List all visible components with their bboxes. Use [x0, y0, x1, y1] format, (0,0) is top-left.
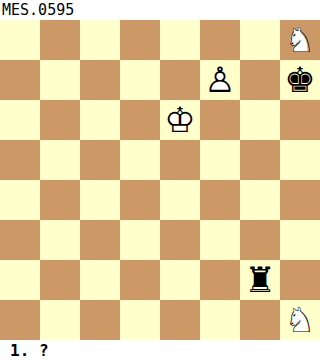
square-a1[interactable] — [0, 300, 40, 340]
square-h1[interactable]: ♞♘ — [280, 300, 320, 340]
white-knight-fill: ♞ — [280, 20, 320, 60]
square-a3[interactable] — [0, 220, 40, 260]
move-prompt: 1. ? — [10, 341, 49, 360]
square-d1[interactable] — [120, 300, 160, 340]
square-h8[interactable]: ♞♘ — [280, 20, 320, 60]
square-h5[interactable] — [280, 140, 320, 180]
square-h2[interactable] — [280, 260, 320, 300]
square-a5[interactable] — [0, 140, 40, 180]
square-g3[interactable] — [240, 220, 280, 260]
square-g5[interactable] — [240, 140, 280, 180]
square-d6[interactable] — [120, 100, 160, 140]
square-e1[interactable] — [160, 300, 200, 340]
square-h7[interactable]: ♚ — [280, 60, 320, 100]
footer-bar: 1. ? — [0, 340, 320, 360]
square-g4[interactable] — [240, 180, 280, 220]
white-pawn-piece: ♙ — [200, 60, 240, 100]
white-knight-piece: ♘ — [280, 20, 320, 60]
square-d7[interactable] — [120, 60, 160, 100]
square-g2[interactable]: ♜ — [240, 260, 280, 300]
square-d5[interactable] — [120, 140, 160, 180]
white-king-piece: ♔ — [160, 100, 200, 140]
white-knight-piece: ♘ — [280, 300, 320, 340]
square-f1[interactable] — [200, 300, 240, 340]
square-a8[interactable] — [0, 20, 40, 60]
square-e2[interactable] — [160, 260, 200, 300]
square-e6[interactable]: ♚♔ — [160, 100, 200, 140]
white-king-fill: ♚ — [160, 100, 200, 140]
square-h4[interactable] — [280, 180, 320, 220]
square-b1[interactable] — [40, 300, 80, 340]
square-c6[interactable] — [80, 100, 120, 140]
square-b3[interactable] — [40, 220, 80, 260]
square-c3[interactable] — [80, 220, 120, 260]
square-e7[interactable] — [160, 60, 200, 100]
square-a4[interactable] — [0, 180, 40, 220]
white-knight-fill: ♞ — [280, 300, 320, 340]
square-a7[interactable] — [0, 60, 40, 100]
square-b7[interactable] — [40, 60, 80, 100]
chess-board: ♞♘♟♙♚♚♔♜♞♘ — [0, 20, 320, 340]
square-c4[interactable] — [80, 180, 120, 220]
square-f4[interactable] — [200, 180, 240, 220]
puzzle-title: MES.0595 — [2, 1, 74, 19]
square-f3[interactable] — [200, 220, 240, 260]
square-e8[interactable] — [160, 20, 200, 60]
square-h6[interactable] — [280, 100, 320, 140]
square-f7[interactable]: ♟♙ — [200, 60, 240, 100]
square-b2[interactable] — [40, 260, 80, 300]
square-b8[interactable] — [40, 20, 80, 60]
square-b4[interactable] — [40, 180, 80, 220]
square-f5[interactable] — [200, 140, 240, 180]
square-g8[interactable] — [240, 20, 280, 60]
black-rook-piece: ♜ — [240, 260, 280, 300]
square-d3[interactable] — [120, 220, 160, 260]
black-king-piece: ♚ — [280, 60, 320, 100]
square-e5[interactable] — [160, 140, 200, 180]
square-d8[interactable] — [120, 20, 160, 60]
square-f2[interactable] — [200, 260, 240, 300]
square-c2[interactable] — [80, 260, 120, 300]
square-a2[interactable] — [0, 260, 40, 300]
square-c5[interactable] — [80, 140, 120, 180]
header-bar: MES.0595 — [0, 0, 320, 20]
square-g7[interactable] — [240, 60, 280, 100]
square-b5[interactable] — [40, 140, 80, 180]
square-g6[interactable] — [240, 100, 280, 140]
square-c1[interactable] — [80, 300, 120, 340]
square-f6[interactable] — [200, 100, 240, 140]
square-c8[interactable] — [80, 20, 120, 60]
square-e3[interactable] — [160, 220, 200, 260]
square-d2[interactable] — [120, 260, 160, 300]
square-d4[interactable] — [120, 180, 160, 220]
square-c7[interactable] — [80, 60, 120, 100]
square-h3[interactable] — [280, 220, 320, 260]
square-g1[interactable] — [240, 300, 280, 340]
white-pawn-fill: ♟ — [200, 60, 240, 100]
square-f8[interactable] — [200, 20, 240, 60]
square-e4[interactable] — [160, 180, 200, 220]
square-b6[interactable] — [40, 100, 80, 140]
square-a6[interactable] — [0, 100, 40, 140]
